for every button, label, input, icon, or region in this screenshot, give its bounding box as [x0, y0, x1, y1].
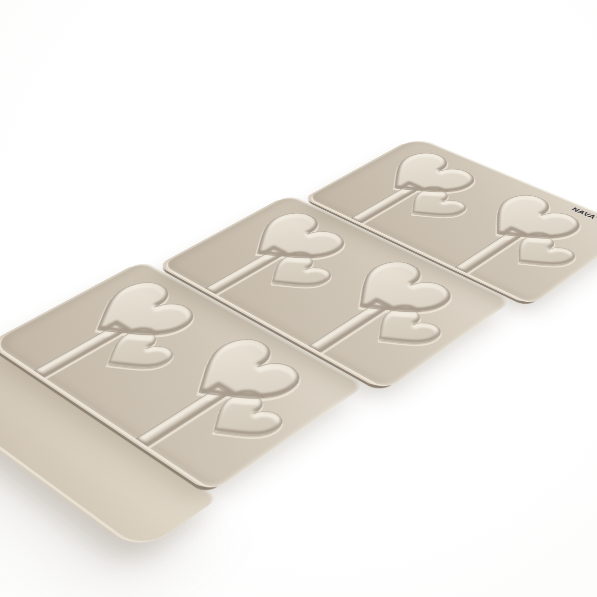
photo-stage: NAVA®Misty — [0, 0, 597, 597]
mold-tray: NAVA®Misty — [0, 127, 597, 571]
mold-scene: NAVA®Misty — [0, 127, 597, 571]
